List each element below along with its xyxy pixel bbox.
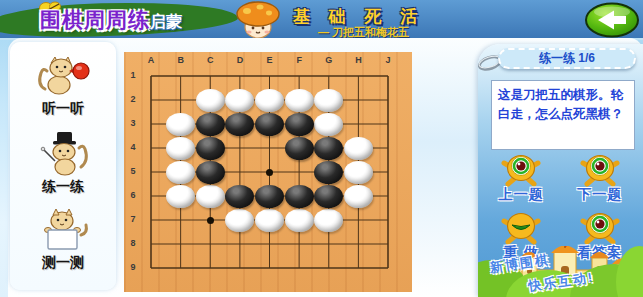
star-point (207, 217, 214, 224)
black-stone-D3 (225, 113, 254, 136)
white-stone-B3 (166, 113, 195, 136)
coord-label-row: 2 (125, 94, 141, 104)
coord-label-row: 6 (125, 190, 141, 200)
white-stone-D7 (225, 209, 254, 232)
white-stone-G2 (314, 89, 343, 112)
white-stone-H5 (344, 161, 373, 184)
star-point (266, 169, 273, 176)
eye-creature-icon (578, 208, 622, 245)
coord-label-col: E (262, 55, 278, 65)
app-title: 围棋周周练 (40, 6, 150, 34)
cat-megaphone-icon (35, 55, 91, 99)
black-stone-C5 (196, 161, 225, 184)
coord-label-row: 1 (125, 70, 141, 80)
sidebar-item-label: 听一听 (10, 100, 116, 118)
previous-question-label: 上一题 (482, 186, 561, 204)
black-stone-G4 (314, 137, 343, 160)
bottom-banner: 新博围棋 快乐互动! (478, 244, 643, 297)
mushroom-mascot-icon (233, 1, 283, 43)
coord-label-col: G (321, 55, 337, 65)
sidebar-item-test[interactable]: 测一测 (10, 209, 116, 272)
white-stone-E2 (255, 89, 284, 112)
question-text-box: 这是刀把五的棋形。轮白走，怎么点死黑棋？ (491, 80, 635, 150)
white-stone-F2 (285, 89, 314, 112)
black-stone-G6 (314, 185, 343, 208)
coord-label-row: 8 (125, 238, 141, 248)
white-stone-E7 (255, 209, 284, 232)
eye-creature-icon (578, 150, 622, 187)
next-question-button[interactable]: 下一题 (561, 150, 640, 204)
coord-label-col: A (143, 55, 159, 65)
cat-tophat-icon (35, 131, 91, 177)
wink-creature-icon (499, 208, 543, 245)
coord-label-row: 3 (125, 118, 141, 128)
white-stone-D2 (225, 89, 254, 112)
black-stone-D6 (225, 185, 254, 208)
level-badge: 启蒙 (150, 12, 182, 33)
white-stone-F7 (285, 209, 314, 232)
app-window: 围棋周周练 启蒙 基 础 死 活 — 刀把五和梅花五 (0, 0, 643, 297)
previous-question-button[interactable]: 上一题 (482, 150, 561, 204)
black-stone-F3 (285, 113, 314, 136)
coord-label-row: 7 (125, 214, 141, 224)
black-stone-G5 (314, 161, 343, 184)
back-button[interactable] (584, 2, 640, 42)
eye-creature-icon (499, 150, 543, 187)
white-stone-C2 (196, 89, 225, 112)
black-stone-E3 (255, 113, 284, 136)
white-stone-G7 (314, 209, 343, 232)
white-stone-H6 (344, 185, 373, 208)
black-stone-C4 (196, 137, 225, 160)
cat-whiteboard-icon (35, 209, 91, 253)
coord-label-col: J (380, 55, 396, 65)
coord-label-row: 4 (125, 142, 141, 152)
white-stone-C6 (196, 185, 225, 208)
white-stone-G3 (314, 113, 343, 136)
sidebar-item-label: 练一练 (10, 178, 116, 196)
coord-label-row: 9 (125, 262, 141, 272)
right-panel: 练一练 1/6 这是刀把五的棋形。轮白走，怎么点死黑棋？ 上一题 (478, 44, 643, 297)
sidebar: 听一听 练一练 (10, 42, 116, 290)
sidebar-item-practice[interactable]: 练一练 (10, 131, 116, 196)
go-board[interactable]: ABCDEFGHJ123456789 (124, 52, 412, 292)
coord-label-col: D (232, 55, 248, 65)
sidebar-item-listen[interactable]: 听一听 (10, 55, 116, 118)
white-stone-B5 (166, 161, 195, 184)
coord-label-col: B (173, 55, 189, 65)
black-stone-C3 (196, 113, 225, 136)
sidebar-item-label: 测一测 (10, 254, 116, 272)
coord-label-col: C (202, 55, 218, 65)
coord-label-col: F (291, 55, 307, 65)
black-stone-E6 (255, 185, 284, 208)
black-stone-F4 (285, 137, 314, 160)
exercise-progress-tab: 练一练 1/6 (498, 48, 636, 69)
coord-label-col: H (350, 55, 366, 65)
white-stone-B6 (166, 185, 195, 208)
next-question-label: 下一题 (561, 186, 640, 204)
white-stone-H4 (344, 137, 373, 160)
coord-label-row: 5 (125, 166, 141, 176)
white-stone-B4 (166, 137, 195, 160)
black-stone-F6 (285, 185, 314, 208)
top-bar: 围棋周周练 启蒙 基 础 死 活 — 刀把五和梅花五 (0, 0, 643, 40)
